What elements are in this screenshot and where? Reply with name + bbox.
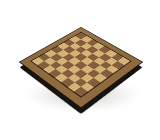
board-grid: [30, 32, 131, 98]
photo-background: [0, 0, 160, 140]
board-top: [19, 27, 143, 109]
chess-board: [37, 18, 125, 106]
